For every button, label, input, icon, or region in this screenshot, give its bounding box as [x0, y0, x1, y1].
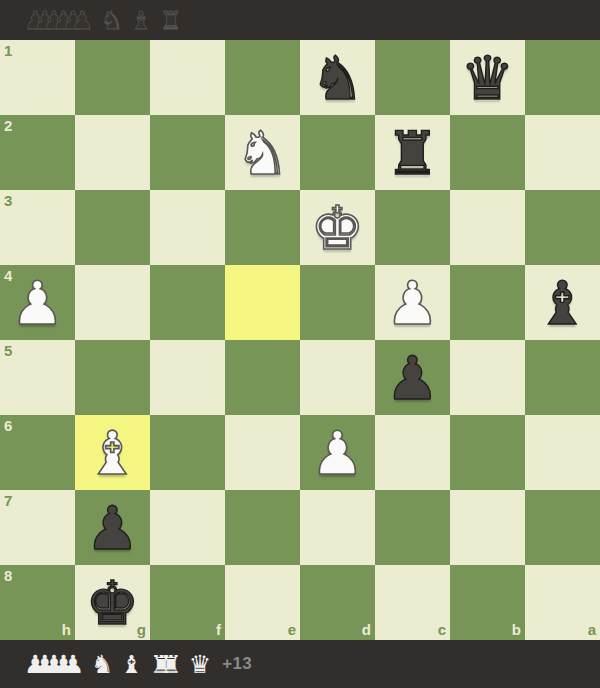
square-d6[interactable]: ♟: [300, 415, 375, 490]
square-a4[interactable]: ♝: [525, 265, 600, 340]
square-h2[interactable]: 2: [0, 115, 75, 190]
file-label-h: h: [62, 622, 71, 637]
square-b4[interactable]: [450, 265, 525, 340]
square-b7[interactable]: [450, 490, 525, 565]
file-label-a: a: [588, 622, 596, 637]
bottom-player-bar: ♟♟♟♟♟♞♝♜♜♛ +13: [0, 640, 600, 688]
square-g5[interactable]: [75, 340, 150, 415]
top-captured-pieces-tray: ♟♟♟♟♟♟♞♝♜: [24, 8, 189, 33]
captured-white-bishop-group: ♝: [121, 652, 143, 677]
file-label-f: f: [216, 622, 221, 637]
captured-white-knight-icon: ♞: [91, 652, 113, 677]
square-f2[interactable]: [150, 115, 225, 190]
square-e7[interactable]: [225, 490, 300, 565]
captured-black-knight-group: ♞: [101, 8, 123, 33]
square-g1[interactable]: [75, 40, 150, 115]
black-pawn[interactable]: ♟: [86, 498, 140, 558]
chess-board: 1♞♛2♞♜3♚4♟♟♝5♟6♝♟7♟8hg♚fedcba: [0, 40, 600, 640]
square-e1[interactable]: [225, 40, 300, 115]
file-label-b: b: [512, 622, 521, 637]
square-f5[interactable]: [150, 340, 225, 415]
square-b5[interactable]: [450, 340, 525, 415]
black-knight[interactable]: ♞: [311, 48, 365, 108]
square-g7[interactable]: ♟: [75, 490, 150, 565]
square-h1[interactable]: 1: [0, 40, 75, 115]
square-f1[interactable]: [150, 40, 225, 115]
square-d3[interactable]: ♚: [300, 190, 375, 265]
white-king[interactable]: ♚: [311, 198, 365, 258]
bottom-captured-pieces-tray: ♟♟♟♟♟♞♝♜♜♛: [24, 652, 218, 677]
rank-label-6: 6: [4, 418, 12, 433]
captured-white-pawn-group: ♟♟♟♟♟: [24, 652, 84, 677]
square-h4[interactable]: 4♟: [0, 265, 75, 340]
square-h8[interactable]: 8h: [0, 565, 75, 640]
square-d8[interactable]: d: [300, 565, 375, 640]
black-queen[interactable]: ♛: [461, 48, 515, 108]
square-g3[interactable]: [75, 190, 150, 265]
top-player-bar: ♟♟♟♟♟♟♞♝♜: [0, 0, 600, 40]
black-pawn[interactable]: ♟: [386, 348, 440, 408]
square-g6[interactable]: ♝: [75, 415, 150, 490]
square-c7[interactable]: [375, 490, 450, 565]
white-pawn[interactable]: ♟: [311, 423, 365, 483]
white-pawn[interactable]: ♟: [11, 273, 65, 333]
captured-white-knight-group: ♞: [91, 652, 113, 677]
square-g4[interactable]: [75, 265, 150, 340]
square-b8[interactable]: b: [450, 565, 525, 640]
chess-app: ♟♟♟♟♟♟♞♝♜ 1♞♛2♞♜3♚4♟♟♝5♟6♝♟7♟8hg♚fedcba …: [0, 0, 600, 688]
square-a1[interactable]: [525, 40, 600, 115]
captured-white-rook-icon: ♜: [159, 652, 181, 677]
white-bishop[interactable]: ♝: [86, 423, 140, 483]
square-c8[interactable]: c: [375, 565, 450, 640]
square-e2[interactable]: ♞: [225, 115, 300, 190]
captured-white-queen-icon: ♛: [189, 652, 211, 677]
square-h3[interactable]: 3: [0, 190, 75, 265]
black-rook[interactable]: ♜: [386, 123, 440, 183]
rank-label-3: 3: [4, 193, 12, 208]
material-advantage: +13: [222, 654, 252, 674]
square-f8[interactable]: f: [150, 565, 225, 640]
captured-black-rook-group: ♜: [159, 8, 181, 33]
square-c5[interactable]: ♟: [375, 340, 450, 415]
square-a6[interactable]: [525, 415, 600, 490]
square-c2[interactable]: ♜: [375, 115, 450, 190]
square-b2[interactable]: [450, 115, 525, 190]
square-c1[interactable]: [375, 40, 450, 115]
file-label-e: e: [288, 622, 296, 637]
file-label-d: d: [362, 622, 371, 637]
square-d4[interactable]: [300, 265, 375, 340]
square-d2[interactable]: [300, 115, 375, 190]
rank-label-5: 5: [4, 343, 12, 358]
captured-white-rook-group: ♜♜: [150, 652, 182, 677]
captured-white-queen-group: ♛: [189, 652, 211, 677]
square-e4[interactable]: [225, 265, 300, 340]
square-c3[interactable]: [375, 190, 450, 265]
square-h7[interactable]: 7: [0, 490, 75, 565]
square-e8[interactable]: e: [225, 565, 300, 640]
rank-label-2: 2: [4, 118, 12, 133]
black-king[interactable]: ♚: [86, 573, 140, 633]
square-a7[interactable]: [525, 490, 600, 565]
square-c6[interactable]: [375, 415, 450, 490]
square-a3[interactable]: [525, 190, 600, 265]
captured-black-bishop-icon: ♝: [130, 8, 152, 33]
square-a5[interactable]: [525, 340, 600, 415]
square-b3[interactable]: [450, 190, 525, 265]
square-e5[interactable]: [225, 340, 300, 415]
square-h5[interactable]: 5: [0, 340, 75, 415]
rank-label-7: 7: [4, 493, 12, 508]
square-b1[interactable]: ♛: [450, 40, 525, 115]
captured-black-pawn-group: ♟♟♟♟♟♟: [24, 8, 94, 33]
rank-label-8: 8: [4, 568, 12, 583]
square-c4[interactable]: ♟: [375, 265, 450, 340]
captured-black-pawn-icon: ♟: [71, 8, 93, 33]
square-h6[interactable]: 6: [0, 415, 75, 490]
square-f7[interactable]: [150, 490, 225, 565]
square-d1[interactable]: ♞: [300, 40, 375, 115]
square-f4[interactable]: [150, 265, 225, 340]
square-a8[interactable]: a: [525, 565, 600, 640]
captured-black-knight-icon: ♞: [101, 8, 123, 33]
square-d5[interactable]: [300, 340, 375, 415]
square-f3[interactable]: [150, 190, 225, 265]
square-f6[interactable]: [150, 415, 225, 490]
black-bishop[interactable]: ♝: [536, 273, 590, 333]
white-knight[interactable]: ♞: [236, 123, 290, 183]
square-g2[interactable]: [75, 115, 150, 190]
square-a2[interactable]: [525, 115, 600, 190]
captured-black-rook-icon: ♜: [159, 8, 181, 33]
square-g8[interactable]: g♚: [75, 565, 150, 640]
square-e3[interactable]: [225, 190, 300, 265]
square-b6[interactable]: [450, 415, 525, 490]
rank-label-1: 1: [4, 43, 12, 58]
captured-white-bishop-icon: ♝: [121, 652, 143, 677]
captured-black-bishop-group: ♝: [130, 8, 152, 33]
square-d7[interactable]: [300, 490, 375, 565]
file-label-c: c: [438, 622, 446, 637]
captured-white-pawn-icon: ♟: [62, 652, 84, 677]
white-pawn[interactable]: ♟: [386, 273, 440, 333]
square-e6[interactable]: [225, 415, 300, 490]
